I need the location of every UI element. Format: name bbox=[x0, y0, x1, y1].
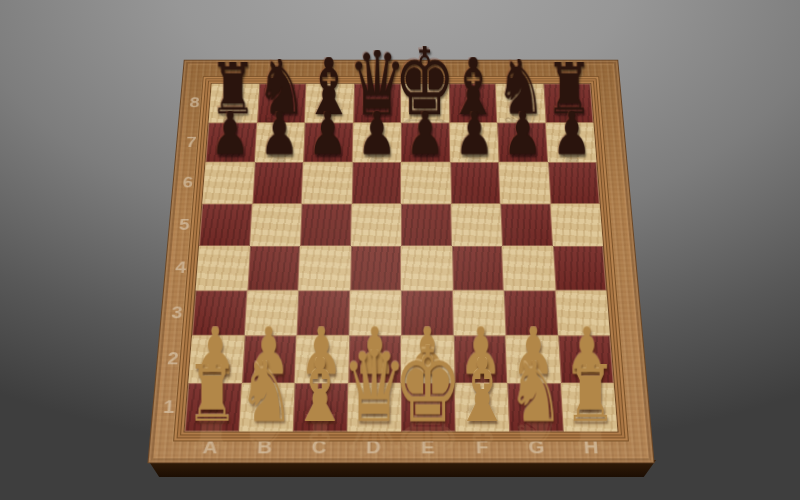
scene: 87654321 ABCDEFGH ♜♜♞♞♝♝♛♛♚♚♝♝♞♞♜♜♟♟♟♟♟♟… bbox=[0, 0, 800, 500]
square-g6[interactable] bbox=[499, 162, 550, 203]
piece-black-pawn-f7[interactable]: ♟ bbox=[454, 111, 493, 156]
piece-black-pawn-b7[interactable]: ♟ bbox=[259, 111, 298, 156]
square-b7[interactable]: ♟♟ bbox=[254, 122, 304, 162]
piece-white-bishop-f1[interactable]: ♝ bbox=[453, 357, 511, 424]
piece-white-bishop-c1[interactable]: ♝ bbox=[291, 357, 349, 424]
square-e5[interactable] bbox=[401, 203, 452, 246]
square-f6[interactable] bbox=[450, 162, 500, 203]
chess-app-window: 87654321 ABCDEFGH ♜♜♞♞♝♝♛♛♚♚♝♝♞♞♜♜♟♟♟♟♟♟… bbox=[0, 0, 800, 500]
file-label-c: C bbox=[292, 436, 347, 458]
square-d7[interactable]: ♟♟ bbox=[352, 122, 401, 162]
board-grid: ♜♜♞♞♝♝♛♛♚♚♝♝♞♞♜♜♟♟♟♟♟♟♟♟♟♟♟♟♟♟♟♟♟♟♟♟♟♟♟♟… bbox=[185, 84, 618, 432]
file-label-e: E bbox=[401, 436, 456, 458]
square-f4[interactable] bbox=[452, 246, 504, 290]
square-a7[interactable]: ♟♟ bbox=[206, 122, 257, 162]
square-f1[interactable]: ♝♝ bbox=[454, 383, 509, 432]
square-f5[interactable] bbox=[451, 203, 502, 246]
square-b5[interactable] bbox=[250, 203, 302, 246]
piece-white-rook-h1[interactable]: ♜ bbox=[563, 363, 616, 423]
piece-white-rook-a1[interactable]: ♜ bbox=[186, 363, 239, 423]
square-g1[interactable]: ♞♞ bbox=[507, 383, 563, 432]
square-d6[interactable] bbox=[351, 162, 401, 203]
square-h4[interactable] bbox=[553, 246, 607, 290]
piece-black-pawn-g7[interactable]: ♟ bbox=[503, 111, 542, 156]
square-g4[interactable] bbox=[502, 246, 555, 290]
rank-label-8: 8 bbox=[189, 94, 201, 111]
piece-black-pawn-a7[interactable]: ♟ bbox=[211, 111, 250, 156]
rank-label-5: 5 bbox=[178, 215, 191, 234]
square-a1[interactable]: ♜♜ bbox=[185, 383, 242, 432]
rank-label-2: 2 bbox=[167, 349, 181, 370]
square-a6[interactable] bbox=[202, 162, 254, 203]
piece-black-pawn-d7[interactable]: ♟ bbox=[357, 111, 396, 156]
square-e1[interactable]: ♚♚ bbox=[401, 383, 455, 432]
square-g5[interactable] bbox=[500, 203, 552, 246]
file-label-g: G bbox=[509, 436, 564, 458]
file-label-f: F bbox=[455, 436, 510, 458]
square-c4[interactable] bbox=[298, 246, 350, 290]
square-h1[interactable]: ♜♜ bbox=[560, 383, 617, 432]
square-h6[interactable] bbox=[548, 162, 600, 203]
piece-black-pawn-h7[interactable]: ♟ bbox=[552, 111, 591, 156]
square-f7[interactable]: ♟♟ bbox=[449, 122, 499, 162]
rank-label-1: 1 bbox=[162, 396, 176, 417]
square-c6[interactable] bbox=[302, 162, 352, 203]
file-labels: ABCDEFGH bbox=[182, 432, 620, 464]
square-e6[interactable] bbox=[401, 162, 451, 203]
rank-label-6: 6 bbox=[182, 174, 195, 192]
rank-label-4: 4 bbox=[174, 258, 187, 277]
square-b6[interactable] bbox=[252, 162, 303, 203]
board-frame: 87654321 ABCDEFGH ♜♜♞♞♝♝♛♛♚♚♝♝♞♞♜♜♟♟♟♟♟♟… bbox=[147, 60, 654, 464]
square-g7[interactable]: ♟♟ bbox=[497, 122, 547, 162]
file-label-d: D bbox=[346, 436, 401, 458]
chess-board: 87654321 ABCDEFGH ♜♜♞♞♝♝♛♛♚♚♝♝♞♞♜♜♟♟♟♟♟♟… bbox=[147, 60, 654, 464]
square-d5[interactable] bbox=[351, 203, 402, 246]
square-c7[interactable]: ♟♟ bbox=[303, 122, 353, 162]
file-label-b: B bbox=[237, 436, 292, 458]
piece-white-knight-b1[interactable]: ♞ bbox=[238, 359, 294, 424]
square-b1[interactable]: ♞♞ bbox=[239, 383, 295, 432]
file-label-a: A bbox=[182, 436, 238, 458]
square-c5[interactable] bbox=[300, 203, 351, 246]
square-e7[interactable]: ♟♟ bbox=[401, 122, 450, 162]
file-label-h: H bbox=[564, 436, 620, 458]
square-a5[interactable] bbox=[199, 203, 252, 246]
piece-black-pawn-c7[interactable]: ♟ bbox=[308, 111, 347, 156]
piece-white-knight-g1[interactable]: ♞ bbox=[508, 359, 564, 424]
square-a4[interactable] bbox=[196, 246, 250, 290]
square-d4[interactable] bbox=[350, 246, 401, 290]
piece-black-pawn-e7[interactable]: ♟ bbox=[406, 111, 445, 156]
rank-label-3: 3 bbox=[171, 303, 185, 323]
square-c1[interactable]: ♝♝ bbox=[293, 383, 348, 432]
square-b4[interactable] bbox=[247, 246, 300, 290]
rank-label-7: 7 bbox=[185, 133, 198, 150]
square-h7[interactable]: ♟♟ bbox=[545, 122, 596, 162]
square-e4[interactable] bbox=[401, 246, 452, 290]
square-h5[interactable] bbox=[550, 203, 603, 246]
